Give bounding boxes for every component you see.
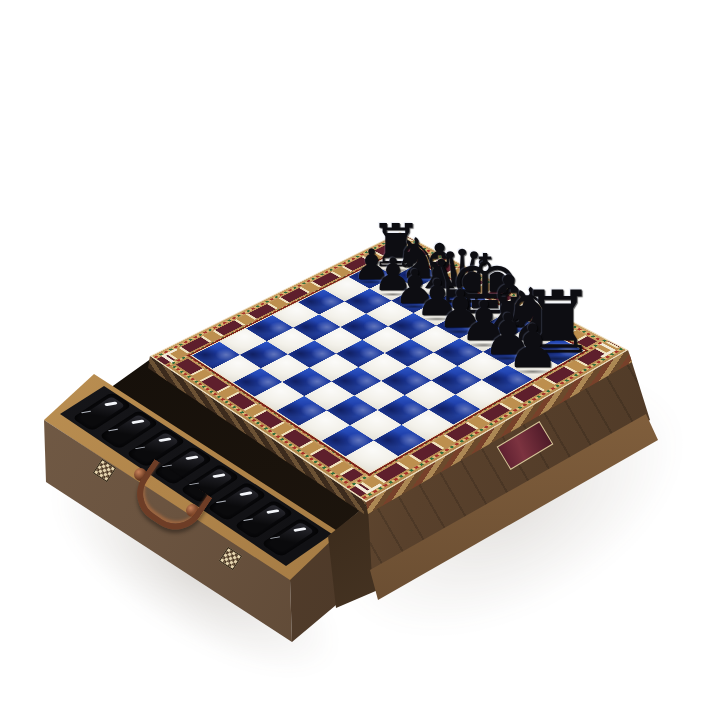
chess-set-photo: ♜♞♝♛♚♝♞♜♟♟♟♟♟♟♟♟: [0, 0, 720, 720]
piece-black-pawn-h7[interactable]: ♟: [506, 316, 560, 376]
drawer-handle[interactable]: [126, 462, 212, 552]
